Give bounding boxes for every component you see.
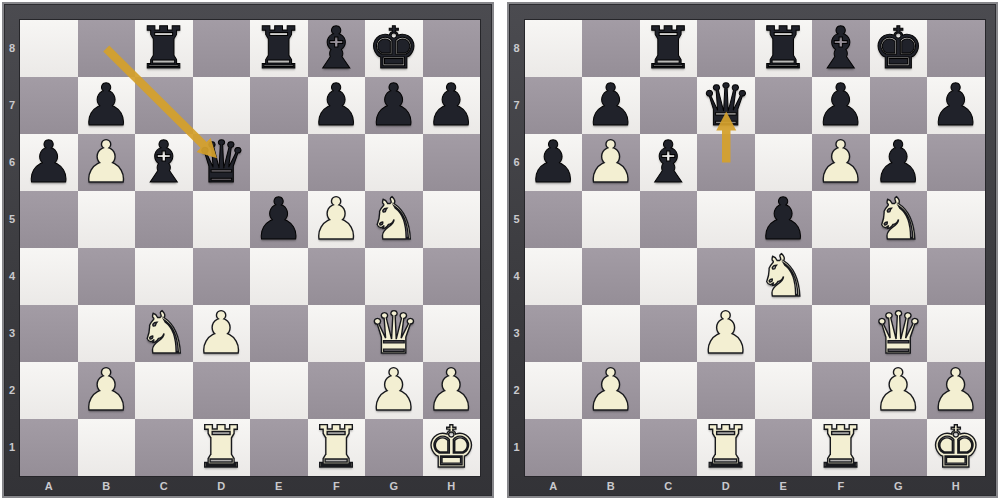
piece-white-knight-g5: ♞ (870, 191, 928, 248)
square-d4[interactable] (193, 248, 251, 305)
square-d6[interactable]: ♛ (193, 134, 251, 191)
square-d5[interactable] (193, 191, 251, 248)
square-c7[interactable] (135, 77, 193, 134)
piece-white-pawn-h2: ♟ (927, 362, 985, 419)
piece-white-pawn-d3: ♟ (193, 305, 251, 362)
piece-white-pawn-f6: ♟ (812, 134, 870, 191)
square-a4[interactable] (525, 248, 583, 305)
square-g7[interactable]: ♟ (365, 77, 423, 134)
square-b7[interactable]: ♟ (582, 77, 640, 134)
square-e1[interactable] (250, 419, 308, 476)
square-a4[interactable] (20, 248, 78, 305)
piece-black-king-g8: ♚ (365, 20, 423, 77)
piece-white-rook-d1: ♜ (193, 419, 251, 476)
square-g4[interactable] (365, 248, 423, 305)
square-d8[interactable] (697, 20, 755, 77)
square-h7[interactable]: ♟ (423, 77, 481, 134)
square-e1[interactable] (755, 419, 813, 476)
file-label-C: C (135, 480, 193, 492)
square-f7[interactable]: ♟ (308, 77, 366, 134)
square-a8[interactable] (20, 20, 78, 77)
diagram-pair: ♜♜♝♚♟♟♟♟♟♟♝♛♟♟♞♞♟♛♟♟♟♜♜♚ 87654321ABCDEFG… (0, 0, 1000, 500)
piece-white-pawn-d3: ♟ (697, 305, 755, 362)
board-left-grid: ♜♜♝♚♟♟♟♟♟♟♝♛♟♟♞♞♟♛♟♟♟♜♜♚ (20, 20, 480, 476)
square-f3[interactable] (308, 305, 366, 362)
square-g5[interactable]: ♞ (870, 191, 928, 248)
square-a7[interactable] (20, 77, 78, 134)
piece-black-king-g8: ♚ (870, 20, 928, 77)
square-b5[interactable] (582, 191, 640, 248)
rank-label-8: 8 (4, 42, 20, 54)
square-d8[interactable] (193, 20, 251, 77)
piece-black-pawn-b7: ♟ (582, 77, 640, 134)
piece-white-pawn-b2: ♟ (78, 362, 136, 419)
square-h1[interactable]: ♚ (423, 419, 481, 476)
square-h7[interactable]: ♟ (927, 77, 985, 134)
piece-white-pawn-b6: ♟ (582, 134, 640, 191)
square-f4[interactable] (812, 248, 870, 305)
piece-black-pawn-f7: ♟ (308, 77, 366, 134)
square-f2[interactable] (812, 362, 870, 419)
piece-white-king-h1: ♚ (927, 419, 985, 476)
square-e3[interactable] (250, 305, 308, 362)
square-g6[interactable]: ♟ (870, 134, 928, 191)
square-f1[interactable]: ♜ (308, 419, 366, 476)
square-d2[interactable] (193, 362, 251, 419)
rank-label-3: 3 (509, 327, 525, 339)
board-right: ♜♜♝♚♟♛♟♟♟♟♝♟♟♟♞♞♟♛♟♟♟♜♜♚ 87654321ABCDEFG… (507, 2, 999, 498)
square-b5[interactable] (78, 191, 136, 248)
square-h2[interactable]: ♟ (927, 362, 985, 419)
piece-black-pawn-a6: ♟ (20, 134, 78, 191)
square-f5[interactable] (812, 191, 870, 248)
square-a8[interactable] (525, 20, 583, 77)
square-e2[interactable] (250, 362, 308, 419)
file-label-F: F (812, 480, 870, 492)
square-c4[interactable] (640, 248, 698, 305)
piece-black-pawn-b7: ♟ (78, 77, 136, 134)
square-f1[interactable]: ♜ (812, 419, 870, 476)
piece-white-pawn-g2: ♟ (870, 362, 928, 419)
square-e8[interactable]: ♜ (755, 20, 813, 77)
square-f2[interactable] (308, 362, 366, 419)
file-label-B: B (582, 480, 640, 492)
rank-label-2: 2 (4, 384, 20, 396)
piece-white-queen-g3: ♛ (365, 305, 423, 362)
square-a1[interactable] (20, 419, 78, 476)
square-h6[interactable] (927, 134, 985, 191)
square-c2[interactable] (640, 362, 698, 419)
square-b2[interactable]: ♟ (78, 362, 136, 419)
square-a7[interactable] (525, 77, 583, 134)
rank-label-8: 8 (509, 42, 525, 54)
square-g2[interactable]: ♟ (365, 362, 423, 419)
rank-label-5: 5 (4, 213, 20, 225)
square-g4[interactable] (870, 248, 928, 305)
square-g5[interactable]: ♞ (365, 191, 423, 248)
square-h6[interactable] (423, 134, 481, 191)
piece-black-pawn-f7: ♟ (812, 77, 870, 134)
file-label-G: G (870, 480, 928, 492)
file-label-C: C (640, 480, 698, 492)
piece-black-rook-c8: ♜ (135, 20, 193, 77)
piece-black-rook-e8: ♜ (250, 20, 308, 77)
rank-label-1: 1 (509, 441, 525, 453)
piece-white-pawn-b2: ♟ (582, 362, 640, 419)
board-right-grid: ♜♜♝♚♟♛♟♟♟♟♝♟♟♟♞♞♟♛♟♟♟♜♜♚ (525, 20, 985, 476)
rank-label-2: 2 (509, 384, 525, 396)
square-g1[interactable] (870, 419, 928, 476)
square-b6[interactable]: ♟ (78, 134, 136, 191)
square-c2[interactable] (135, 362, 193, 419)
rank-label-5: 5 (509, 213, 525, 225)
piece-black-bishop-f8: ♝ (308, 20, 366, 77)
piece-white-pawn-h2: ♟ (423, 362, 481, 419)
square-g6[interactable] (365, 134, 423, 191)
square-d1[interactable]: ♜ (697, 419, 755, 476)
piece-black-pawn-g6: ♟ (870, 134, 928, 191)
square-a3[interactable] (20, 305, 78, 362)
rank-label-6: 6 (4, 156, 20, 168)
square-f3[interactable] (812, 305, 870, 362)
piece-black-bishop-f8: ♝ (812, 20, 870, 77)
square-a2[interactable] (525, 362, 583, 419)
file-label-A: A (525, 480, 583, 492)
square-e5[interactable]: ♟ (250, 191, 308, 248)
square-f6[interactable] (308, 134, 366, 191)
square-c6[interactable]: ♝ (640, 134, 698, 191)
square-d7[interactable] (193, 77, 251, 134)
rank-label-4: 4 (4, 270, 20, 282)
square-g3[interactable]: ♛ (365, 305, 423, 362)
square-e6[interactable] (755, 134, 813, 191)
piece-white-pawn-b6: ♟ (78, 134, 136, 191)
square-c6[interactable]: ♝ (135, 134, 193, 191)
square-d6[interactable] (697, 134, 755, 191)
square-f7[interactable]: ♟ (812, 77, 870, 134)
rank-label-7: 7 (509, 99, 525, 111)
piece-white-knight-e4: ♞ (755, 248, 813, 305)
square-b8[interactable] (582, 20, 640, 77)
square-e7[interactable] (250, 77, 308, 134)
square-c4[interactable] (135, 248, 193, 305)
square-d7[interactable]: ♛ (697, 77, 755, 134)
square-b7[interactable]: ♟ (78, 77, 136, 134)
square-c3[interactable] (640, 305, 698, 362)
piece-black-pawn-h7: ♟ (927, 77, 985, 134)
file-label-E: E (755, 480, 813, 492)
file-label-D: D (697, 480, 755, 492)
piece-black-bishop-c6: ♝ (640, 134, 698, 191)
piece-black-queen-d7: ♛ (697, 77, 755, 134)
square-f4[interactable] (308, 248, 366, 305)
piece-white-queen-g3: ♛ (870, 305, 928, 362)
square-d4[interactable] (697, 248, 755, 305)
square-h5[interactable] (423, 191, 481, 248)
file-label-H: H (927, 480, 985, 492)
piece-white-rook-d1: ♜ (697, 419, 755, 476)
piece-black-pawn-g7: ♟ (365, 77, 423, 134)
square-h4[interactable] (423, 248, 481, 305)
square-c5[interactable] (640, 191, 698, 248)
square-e4[interactable]: ♞ (755, 248, 813, 305)
piece-black-rook-e8: ♜ (755, 20, 813, 77)
square-g7[interactable] (870, 77, 928, 134)
piece-black-pawn-a6: ♟ (525, 134, 583, 191)
piece-white-knight-c3: ♞ (135, 305, 193, 362)
square-d3[interactable]: ♟ (697, 305, 755, 362)
square-g2[interactable]: ♟ (870, 362, 928, 419)
square-e8[interactable]: ♜ (250, 20, 308, 77)
piece-black-queen-d6: ♛ (193, 134, 251, 191)
piece-white-rook-f1: ♜ (308, 419, 366, 476)
piece-white-pawn-g2: ♟ (365, 362, 423, 419)
square-h3[interactable] (927, 305, 985, 362)
square-d2[interactable] (697, 362, 755, 419)
square-a5[interactable] (20, 191, 78, 248)
square-d3[interactable]: ♟ (193, 305, 251, 362)
square-h3[interactable] (423, 305, 481, 362)
square-c8[interactable]: ♜ (640, 20, 698, 77)
file-label-G: G (365, 480, 423, 492)
square-e2[interactable] (755, 362, 813, 419)
piece-black-pawn-h7: ♟ (423, 77, 481, 134)
square-b4[interactable] (78, 248, 136, 305)
square-e5[interactable]: ♟ (755, 191, 813, 248)
square-d5[interactable] (697, 191, 755, 248)
piece-black-rook-c8: ♜ (640, 20, 698, 77)
square-h8[interactable] (423, 20, 481, 77)
piece-white-rook-f1: ♜ (812, 419, 870, 476)
square-c5[interactable] (135, 191, 193, 248)
square-h2[interactable]: ♟ (423, 362, 481, 419)
file-label-E: E (250, 480, 308, 492)
square-a6[interactable]: ♟ (525, 134, 583, 191)
square-f5[interactable]: ♟ (308, 191, 366, 248)
piece-black-pawn-e5: ♟ (250, 191, 308, 248)
piece-white-pawn-f5: ♟ (308, 191, 366, 248)
rank-label-1: 1 (4, 441, 20, 453)
square-g8[interactable]: ♚ (365, 20, 423, 77)
file-label-H: H (423, 480, 481, 492)
square-b6[interactable]: ♟ (582, 134, 640, 191)
square-c1[interactable] (640, 419, 698, 476)
square-h1[interactable]: ♚ (927, 419, 985, 476)
square-g8[interactable]: ♚ (870, 20, 928, 77)
square-b3[interactable] (582, 305, 640, 362)
rank-label-6: 6 (509, 156, 525, 168)
square-c1[interactable] (135, 419, 193, 476)
file-label-A: A (20, 480, 78, 492)
rank-label-4: 4 (509, 270, 525, 282)
piece-black-bishop-c6: ♝ (135, 134, 193, 191)
file-label-B: B (78, 480, 136, 492)
square-a3[interactable] (525, 305, 583, 362)
square-c7[interactable] (640, 77, 698, 134)
piece-white-king-h1: ♚ (423, 419, 481, 476)
square-b1[interactable] (78, 419, 136, 476)
rank-label-3: 3 (4, 327, 20, 339)
square-a5[interactable] (525, 191, 583, 248)
square-h5[interactable] (927, 191, 985, 248)
square-f8[interactable]: ♝ (308, 20, 366, 77)
square-b3[interactable] (78, 305, 136, 362)
square-e4[interactable] (250, 248, 308, 305)
rank-label-7: 7 (4, 99, 20, 111)
file-label-F: F (308, 480, 366, 492)
square-a1[interactable] (525, 419, 583, 476)
square-c8[interactable]: ♜ (135, 20, 193, 77)
square-b2[interactable]: ♟ (582, 362, 640, 419)
square-g1[interactable] (365, 419, 423, 476)
square-b1[interactable] (582, 419, 640, 476)
square-h4[interactable] (927, 248, 985, 305)
square-e7[interactable] (755, 77, 813, 134)
square-a2[interactable] (20, 362, 78, 419)
piece-white-knight-g5: ♞ (365, 191, 423, 248)
square-e3[interactable] (755, 305, 813, 362)
square-g3[interactable]: ♛ (870, 305, 928, 362)
piece-black-pawn-e5: ♟ (755, 191, 813, 248)
square-a6[interactable]: ♟ (20, 134, 78, 191)
square-f6[interactable]: ♟ (812, 134, 870, 191)
square-b8[interactable] (78, 20, 136, 77)
square-d1[interactable]: ♜ (193, 419, 251, 476)
square-c3[interactable]: ♞ (135, 305, 193, 362)
square-e6[interactable] (250, 134, 308, 191)
square-b4[interactable] (582, 248, 640, 305)
file-label-D: D (193, 480, 251, 492)
board-left: ♜♜♝♚♟♟♟♟♟♟♝♛♟♟♞♞♟♛♟♟♟♜♜♚ 87654321ABCDEFG… (2, 2, 494, 498)
square-f8[interactable]: ♝ (812, 20, 870, 77)
square-h8[interactable] (927, 20, 985, 77)
